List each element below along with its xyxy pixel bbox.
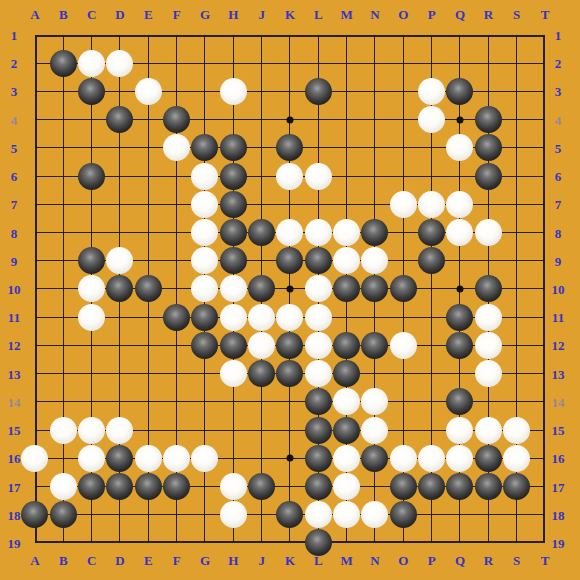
white-stone-O12[interactable]: [390, 332, 417, 359]
intersection-M16[interactable]: [332, 444, 360, 472]
white-stone-H3[interactable]: [220, 78, 247, 105]
white-stone-B15[interactable]: [50, 417, 77, 444]
intersection-J1[interactable]: [247, 21, 275, 49]
intersection-P14[interactable]: [417, 388, 445, 416]
intersection-T16[interactable]: [531, 444, 559, 472]
white-stone-R8[interactable]: [475, 219, 502, 246]
intersection-E10[interactable]: [134, 275, 162, 303]
black-stone-L19[interactable]: [305, 529, 332, 556]
intersection-B10[interactable]: [49, 275, 77, 303]
black-stone-R17[interactable]: [475, 473, 502, 500]
intersection-T17[interactable]: [531, 472, 559, 500]
intersection-C10[interactable]: [77, 275, 105, 303]
black-stone-P17[interactable]: [418, 473, 445, 500]
intersection-G15[interactable]: [191, 416, 219, 444]
intersection-N1[interactable]: [361, 21, 389, 49]
intersection-S7[interactable]: [502, 190, 530, 218]
intersection-D2[interactable]: [106, 49, 134, 77]
intersection-O13[interactable]: [389, 360, 417, 388]
intersection-Q12[interactable]: [446, 331, 474, 359]
intersection-F12[interactable]: [162, 331, 190, 359]
intersection-K11[interactable]: [276, 303, 304, 331]
intersection-F6[interactable]: [162, 162, 190, 190]
intersection-M18[interactable]: [332, 501, 360, 529]
intersection-T18[interactable]: [531, 501, 559, 529]
white-stone-F16[interactable]: [163, 445, 190, 472]
intersection-J8[interactable]: [247, 218, 275, 246]
black-stone-E17[interactable]: [135, 473, 162, 500]
intersection-M3[interactable]: [332, 77, 360, 105]
intersection-R9[interactable]: [474, 247, 502, 275]
intersection-G1[interactable]: [191, 21, 219, 49]
white-stone-N14[interactable]: [361, 388, 388, 415]
intersection-B3[interactable]: [49, 77, 77, 105]
white-stone-H13[interactable]: [220, 360, 247, 387]
intersection-R4[interactable]: [474, 106, 502, 134]
intersection-P16[interactable]: [417, 444, 445, 472]
white-stone-D2[interactable]: [106, 50, 133, 77]
intersection-J5[interactable]: [247, 134, 275, 162]
intersection-B2[interactable]: [49, 49, 77, 77]
intersection-N15[interactable]: [361, 416, 389, 444]
intersection-C2[interactable]: [77, 49, 105, 77]
white-stone-N9[interactable]: [361, 247, 388, 274]
white-stone-M18[interactable]: [333, 501, 360, 528]
intersection-A12[interactable]: [21, 331, 49, 359]
intersection-Q5[interactable]: [446, 134, 474, 162]
intersection-J9[interactable]: [247, 247, 275, 275]
intersection-S5[interactable]: [502, 134, 530, 162]
black-stone-K5[interactable]: [276, 134, 303, 161]
intersection-H8[interactable]: [219, 218, 247, 246]
intersection-D8[interactable]: [106, 218, 134, 246]
intersection-C11[interactable]: [77, 303, 105, 331]
black-stone-G12[interactable]: [191, 332, 218, 359]
intersection-H4[interactable]: [219, 106, 247, 134]
intersection-B14[interactable]: [49, 388, 77, 416]
intersection-F13[interactable]: [162, 360, 190, 388]
black-stone-K9[interactable]: [276, 247, 303, 274]
intersection-F8[interactable]: [162, 218, 190, 246]
intersection-G19[interactable]: [191, 529, 219, 557]
black-stone-L14[interactable]: [305, 388, 332, 415]
intersection-O4[interactable]: [389, 106, 417, 134]
intersection-S18[interactable]: [502, 501, 530, 529]
intersection-M13[interactable]: [332, 360, 360, 388]
intersection-N9[interactable]: [361, 247, 389, 275]
intersection-R1[interactable]: [474, 21, 502, 49]
intersection-D17[interactable]: [106, 472, 134, 500]
black-stone-R16[interactable]: [475, 445, 502, 472]
intersection-H1[interactable]: [219, 21, 247, 49]
white-stone-L18[interactable]: [305, 501, 332, 528]
intersection-O1[interactable]: [389, 21, 417, 49]
intersection-R5[interactable]: [474, 134, 502, 162]
intersection-L13[interactable]: [304, 360, 332, 388]
intersection-P12[interactable]: [417, 331, 445, 359]
intersection-J12[interactable]: [247, 331, 275, 359]
intersection-C17[interactable]: [77, 472, 105, 500]
intersection-Q16[interactable]: [446, 444, 474, 472]
intersection-G4[interactable]: [191, 106, 219, 134]
intersection-C19[interactable]: [77, 529, 105, 557]
intersection-F2[interactable]: [162, 49, 190, 77]
intersection-S15[interactable]: [502, 416, 530, 444]
black-stone-L3[interactable]: [305, 78, 332, 105]
intersection-K3[interactable]: [276, 77, 304, 105]
intersection-K15[interactable]: [276, 416, 304, 444]
intersection-S12[interactable]: [502, 331, 530, 359]
intersection-R18[interactable]: [474, 501, 502, 529]
intersection-H3[interactable]: [219, 77, 247, 105]
intersection-T19[interactable]: [531, 529, 559, 557]
intersection-L15[interactable]: [304, 416, 332, 444]
white-stone-S16[interactable]: [503, 445, 530, 472]
intersection-E9[interactable]: [134, 247, 162, 275]
white-stone-G16[interactable]: [191, 445, 218, 472]
black-stone-A18[interactable]: [21, 501, 48, 528]
intersection-N3[interactable]: [361, 77, 389, 105]
intersection-E1[interactable]: [134, 21, 162, 49]
intersection-N16[interactable]: [361, 444, 389, 472]
intersection-J10[interactable]: [247, 275, 275, 303]
intersection-N14[interactable]: [361, 388, 389, 416]
black-stone-C9[interactable]: [78, 247, 105, 274]
intersection-K12[interactable]: [276, 331, 304, 359]
intersection-D12[interactable]: [106, 331, 134, 359]
black-stone-M12[interactable]: [333, 332, 360, 359]
black-stone-S17[interactable]: [503, 473, 530, 500]
white-stone-G8[interactable]: [191, 219, 218, 246]
intersection-J18[interactable]: [247, 501, 275, 529]
white-stone-C15[interactable]: [78, 417, 105, 444]
intersection-K7[interactable]: [276, 190, 304, 218]
black-stone-C17[interactable]: [78, 473, 105, 500]
white-stone-K8[interactable]: [276, 219, 303, 246]
black-stone-K18[interactable]: [276, 501, 303, 528]
black-stone-H9[interactable]: [220, 247, 247, 274]
intersection-F14[interactable]: [162, 388, 190, 416]
intersection-L5[interactable]: [304, 134, 332, 162]
black-stone-J10[interactable]: [248, 275, 275, 302]
intersection-F1[interactable]: [162, 21, 190, 49]
intersection-F4[interactable]: [162, 106, 190, 134]
intersection-J17[interactable]: [247, 472, 275, 500]
black-stone-C3[interactable]: [78, 78, 105, 105]
intersection-K8[interactable]: [276, 218, 304, 246]
go-board[interactable]: [21, 21, 559, 557]
black-stone-Q11[interactable]: [446, 304, 473, 331]
intersection-J15[interactable]: [247, 416, 275, 444]
white-stone-Q7[interactable]: [446, 191, 473, 218]
intersection-T13[interactable]: [531, 360, 559, 388]
intersection-G16[interactable]: [191, 444, 219, 472]
white-stone-M9[interactable]: [333, 247, 360, 274]
black-stone-H5[interactable]: [220, 134, 247, 161]
intersection-P8[interactable]: [417, 218, 445, 246]
black-stone-L16[interactable]: [305, 445, 332, 472]
intersection-D1[interactable]: [106, 21, 134, 49]
intersection-H14[interactable]: [219, 388, 247, 416]
intersection-M4[interactable]: [332, 106, 360, 134]
black-stone-B2[interactable]: [50, 50, 77, 77]
intersection-N4[interactable]: [361, 106, 389, 134]
black-stone-F17[interactable]: [163, 473, 190, 500]
intersection-C8[interactable]: [77, 218, 105, 246]
intersection-L3[interactable]: [304, 77, 332, 105]
intersection-O15[interactable]: [389, 416, 417, 444]
black-stone-M15[interactable]: [333, 417, 360, 444]
intersection-B4[interactable]: [49, 106, 77, 134]
intersection-B17[interactable]: [49, 472, 77, 500]
intersection-S1[interactable]: [502, 21, 530, 49]
intersection-S2[interactable]: [502, 49, 530, 77]
intersection-M14[interactable]: [332, 388, 360, 416]
intersection-A3[interactable]: [21, 77, 49, 105]
intersection-C1[interactable]: [77, 21, 105, 49]
black-stone-L9[interactable]: [305, 247, 332, 274]
intersection-C6[interactable]: [77, 162, 105, 190]
intersection-E15[interactable]: [134, 416, 162, 444]
black-stone-J17[interactable]: [248, 473, 275, 500]
intersection-A1[interactable]: [21, 21, 49, 49]
intersection-O9[interactable]: [389, 247, 417, 275]
intersection-L6[interactable]: [304, 162, 332, 190]
intersection-C14[interactable]: [77, 388, 105, 416]
intersection-N12[interactable]: [361, 331, 389, 359]
intersection-N8[interactable]: [361, 218, 389, 246]
intersection-G10[interactable]: [191, 275, 219, 303]
intersection-K18[interactable]: [276, 501, 304, 529]
intersection-E16[interactable]: [134, 444, 162, 472]
intersection-B1[interactable]: [49, 21, 77, 49]
intersection-D7[interactable]: [106, 190, 134, 218]
intersection-K5[interactable]: [276, 134, 304, 162]
intersection-S14[interactable]: [502, 388, 530, 416]
intersection-K2[interactable]: [276, 49, 304, 77]
black-stone-R5[interactable]: [475, 134, 502, 161]
white-stone-L10[interactable]: [305, 275, 332, 302]
intersection-A7[interactable]: [21, 190, 49, 218]
intersection-O8[interactable]: [389, 218, 417, 246]
intersection-N7[interactable]: [361, 190, 389, 218]
intersection-K6[interactable]: [276, 162, 304, 190]
white-stone-R11[interactable]: [475, 304, 502, 331]
intersection-O10[interactable]: [389, 275, 417, 303]
intersection-C15[interactable]: [77, 416, 105, 444]
black-stone-K13[interactable]: [276, 360, 303, 387]
intersection-T8[interactable]: [531, 218, 559, 246]
intersection-N13[interactable]: [361, 360, 389, 388]
intersection-F11[interactable]: [162, 303, 190, 331]
intersection-Q15[interactable]: [446, 416, 474, 444]
intersection-D16[interactable]: [106, 444, 134, 472]
intersection-T4[interactable]: [531, 106, 559, 134]
intersection-G8[interactable]: [191, 218, 219, 246]
intersection-R17[interactable]: [474, 472, 502, 500]
intersection-F19[interactable]: [162, 529, 190, 557]
intersection-A2[interactable]: [21, 49, 49, 77]
black-stone-R4[interactable]: [475, 106, 502, 133]
intersection-H16[interactable]: [219, 444, 247, 472]
white-stone-Q15[interactable]: [446, 417, 473, 444]
intersection-Q19[interactable]: [446, 529, 474, 557]
intersection-J19[interactable]: [247, 529, 275, 557]
intersection-C13[interactable]: [77, 360, 105, 388]
intersection-E7[interactable]: [134, 190, 162, 218]
white-stone-L12[interactable]: [305, 332, 332, 359]
white-stone-H10[interactable]: [220, 275, 247, 302]
intersection-M11[interactable]: [332, 303, 360, 331]
black-stone-Q14[interactable]: [446, 388, 473, 415]
intersection-L7[interactable]: [304, 190, 332, 218]
intersection-L4[interactable]: [304, 106, 332, 134]
intersection-K9[interactable]: [276, 247, 304, 275]
black-stone-O10[interactable]: [390, 275, 417, 302]
intersection-Q10[interactable]: [446, 275, 474, 303]
intersection-L1[interactable]: [304, 21, 332, 49]
intersection-R3[interactable]: [474, 77, 502, 105]
intersection-A10[interactable]: [21, 275, 49, 303]
intersection-T11[interactable]: [531, 303, 559, 331]
intersection-C12[interactable]: [77, 331, 105, 359]
intersection-O17[interactable]: [389, 472, 417, 500]
white-stone-Q8[interactable]: [446, 219, 473, 246]
black-stone-K12[interactable]: [276, 332, 303, 359]
intersection-A6[interactable]: [21, 162, 49, 190]
white-stone-F5[interactable]: [163, 134, 190, 161]
intersection-H17[interactable]: [219, 472, 247, 500]
intersection-T6[interactable]: [531, 162, 559, 190]
black-stone-F4[interactable]: [163, 106, 190, 133]
intersection-E13[interactable]: [134, 360, 162, 388]
white-stone-R12[interactable]: [475, 332, 502, 359]
intersection-F18[interactable]: [162, 501, 190, 529]
intersection-D9[interactable]: [106, 247, 134, 275]
intersection-P17[interactable]: [417, 472, 445, 500]
intersection-C3[interactable]: [77, 77, 105, 105]
white-stone-P7[interactable]: [418, 191, 445, 218]
intersection-D10[interactable]: [106, 275, 134, 303]
intersection-Q8[interactable]: [446, 218, 474, 246]
intersection-Q1[interactable]: [446, 21, 474, 49]
intersection-S6[interactable]: [502, 162, 530, 190]
intersection-K10[interactable]: [276, 275, 304, 303]
black-stone-D10[interactable]: [106, 275, 133, 302]
intersection-C4[interactable]: [77, 106, 105, 134]
black-stone-H7[interactable]: [220, 191, 247, 218]
intersection-E17[interactable]: [134, 472, 162, 500]
white-stone-A16[interactable]: [21, 445, 48, 472]
intersection-B12[interactable]: [49, 331, 77, 359]
intersection-H10[interactable]: [219, 275, 247, 303]
black-stone-P9[interactable]: [418, 247, 445, 274]
intersection-E19[interactable]: [134, 529, 162, 557]
intersection-Q9[interactable]: [446, 247, 474, 275]
intersection-N17[interactable]: [361, 472, 389, 500]
white-stone-P16[interactable]: [418, 445, 445, 472]
intersection-E14[interactable]: [134, 388, 162, 416]
intersection-Q3[interactable]: [446, 77, 474, 105]
intersection-L17[interactable]: [304, 472, 332, 500]
intersection-D3[interactable]: [106, 77, 134, 105]
intersection-M9[interactable]: [332, 247, 360, 275]
intersection-E4[interactable]: [134, 106, 162, 134]
intersection-R6[interactable]: [474, 162, 502, 190]
white-stone-C2[interactable]: [78, 50, 105, 77]
intersection-H19[interactable]: [219, 529, 247, 557]
black-stone-O17[interactable]: [390, 473, 417, 500]
intersection-N18[interactable]: [361, 501, 389, 529]
white-stone-N15[interactable]: [361, 417, 388, 444]
intersection-S3[interactable]: [502, 77, 530, 105]
black-stone-O18[interactable]: [390, 501, 417, 528]
intersection-C9[interactable]: [77, 247, 105, 275]
intersection-E5[interactable]: [134, 134, 162, 162]
intersection-T1[interactable]: [531, 21, 559, 49]
intersection-J7[interactable]: [247, 190, 275, 218]
black-stone-G11[interactable]: [191, 304, 218, 331]
intersection-L8[interactable]: [304, 218, 332, 246]
intersection-L11[interactable]: [304, 303, 332, 331]
white-stone-G6[interactable]: [191, 163, 218, 190]
intersection-Q14[interactable]: [446, 388, 474, 416]
intersection-E18[interactable]: [134, 501, 162, 529]
intersection-T14[interactable]: [531, 388, 559, 416]
black-stone-N16[interactable]: [361, 445, 388, 472]
white-stone-P4[interactable]: [418, 106, 445, 133]
intersection-G17[interactable]: [191, 472, 219, 500]
intersection-R19[interactable]: [474, 529, 502, 557]
intersection-P10[interactable]: [417, 275, 445, 303]
white-stone-K6[interactable]: [276, 163, 303, 190]
white-stone-C10[interactable]: [78, 275, 105, 302]
intersection-P19[interactable]: [417, 529, 445, 557]
white-stone-G7[interactable]: [191, 191, 218, 218]
intersection-J11[interactable]: [247, 303, 275, 331]
white-stone-Q5[interactable]: [446, 134, 473, 161]
intersection-Q17[interactable]: [446, 472, 474, 500]
intersection-M12[interactable]: [332, 331, 360, 359]
intersection-E2[interactable]: [134, 49, 162, 77]
intersection-R15[interactable]: [474, 416, 502, 444]
intersection-B11[interactable]: [49, 303, 77, 331]
intersection-G2[interactable]: [191, 49, 219, 77]
intersection-R16[interactable]: [474, 444, 502, 472]
intersection-L14[interactable]: [304, 388, 332, 416]
intersection-K17[interactable]: [276, 472, 304, 500]
intersection-G7[interactable]: [191, 190, 219, 218]
intersection-A18[interactable]: [21, 501, 49, 529]
intersection-J3[interactable]: [247, 77, 275, 105]
intersection-M10[interactable]: [332, 275, 360, 303]
intersection-T9[interactable]: [531, 247, 559, 275]
intersection-S19[interactable]: [502, 529, 530, 557]
black-stone-R10[interactable]: [475, 275, 502, 302]
intersection-O5[interactable]: [389, 134, 417, 162]
black-stone-N8[interactable]: [361, 219, 388, 246]
intersection-K1[interactable]: [276, 21, 304, 49]
intersection-P9[interactable]: [417, 247, 445, 275]
intersection-R7[interactable]: [474, 190, 502, 218]
intersection-S4[interactable]: [502, 106, 530, 134]
intersection-P13[interactable]: [417, 360, 445, 388]
intersection-L16[interactable]: [304, 444, 332, 472]
black-stone-B18[interactable]: [50, 501, 77, 528]
intersection-K14[interactable]: [276, 388, 304, 416]
intersection-D14[interactable]: [106, 388, 134, 416]
intersection-A4[interactable]: [21, 106, 49, 134]
